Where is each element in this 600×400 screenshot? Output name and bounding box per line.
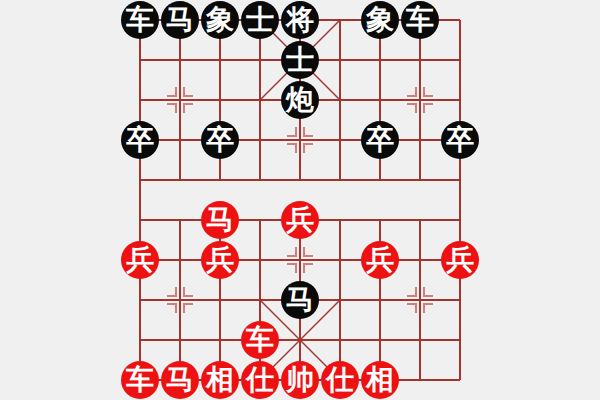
piece-black-elephant[interactable]: 象: [201, 1, 239, 39]
piece-red-general[interactable]: 帅: [281, 361, 319, 399]
piece-black-horse[interactable]: 马: [281, 281, 319, 319]
piece-red-horse[interactable]: 马: [161, 361, 199, 399]
piece-red-chariot[interactable]: 车: [121, 361, 159, 399]
piece-red-advisor[interactable]: 仕: [321, 361, 359, 399]
piece-black-advisor[interactable]: 士: [281, 41, 319, 79]
piece-black-soldier[interactable]: 卒: [441, 121, 479, 159]
piece-black-soldier[interactable]: 卒: [361, 121, 399, 159]
piece-black-soldier[interactable]: 卒: [201, 121, 239, 159]
piece-red-horse[interactable]: 马: [201, 201, 239, 239]
piece-black-advisor[interactable]: 士: [241, 1, 279, 39]
piece-red-soldier[interactable]: 兵: [281, 201, 319, 239]
piece-black-elephant[interactable]: 象: [361, 1, 399, 39]
piece-black-chariot[interactable]: 车: [401, 1, 439, 39]
piece-red-elephant[interactable]: 相: [201, 361, 239, 399]
piece-black-general[interactable]: 将: [281, 1, 319, 39]
piece-black-soldier[interactable]: 卒: [121, 121, 159, 159]
piece-red-elephant[interactable]: 相: [361, 361, 399, 399]
xiangqi-board[interactable]: 车马象士将象车士炮卒卒卒卒马兵兵兵兵兵马车车马相仕帅仕相: [0, 0, 600, 400]
screenshot-root: 车马象士将象车士炮卒卒卒卒马兵兵兵兵兵马车车马相仕帅仕相: [0, 0, 600, 400]
piece-red-advisor[interactable]: 仕: [241, 361, 279, 399]
piece-red-soldier[interactable]: 兵: [441, 241, 479, 279]
piece-red-soldier[interactable]: 兵: [121, 241, 159, 279]
piece-black-chariot[interactable]: 车: [121, 1, 159, 39]
piece-black-cannon[interactable]: 炮: [281, 81, 319, 119]
piece-red-soldier[interactable]: 兵: [361, 241, 399, 279]
piece-red-chariot[interactable]: 车: [241, 321, 279, 359]
piece-red-soldier[interactable]: 兵: [201, 241, 239, 279]
pieces-layer: 车马象士将象车士炮卒卒卒卒马兵兵兵兵兵马车车马相仕帅仕相: [0, 0, 600, 400]
piece-black-horse[interactable]: 马: [161, 1, 199, 39]
